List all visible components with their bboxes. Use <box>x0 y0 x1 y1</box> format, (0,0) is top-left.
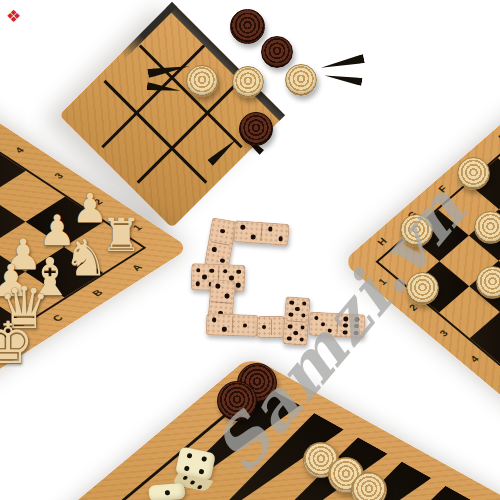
domino-pip <box>299 325 304 330</box>
checker-dark <box>261 36 293 68</box>
domino-tile <box>282 296 310 346</box>
domino-pip <box>354 324 359 329</box>
domino-pip <box>240 225 245 230</box>
domino-pip <box>243 323 248 328</box>
domino-pip <box>354 330 359 335</box>
point-spike <box>320 54 365 72</box>
coordinate-label: B <box>90 288 105 298</box>
checker-dark <box>230 9 265 44</box>
chess-piece-king: ♚ <box>0 314 34 372</box>
coordinate-label: 3 <box>52 172 66 181</box>
checker-cream <box>285 64 317 96</box>
domino-pip <box>286 336 291 341</box>
domino-tile <box>204 217 237 269</box>
coordinate-label: F <box>436 184 449 195</box>
checker-cream <box>351 472 387 500</box>
domino-pip <box>262 325 267 330</box>
die-pip <box>199 468 205 474</box>
domino-pip <box>220 229 225 234</box>
die-pip <box>202 456 208 462</box>
domino-pip <box>294 307 299 312</box>
domino-pip <box>236 282 241 287</box>
domino-pip <box>321 322 326 327</box>
domino-pip <box>215 284 220 289</box>
domino-tile <box>233 220 289 246</box>
domino-pip <box>202 274 207 279</box>
domino-divider <box>260 225 262 241</box>
checker-dark <box>239 112 273 146</box>
coordinate-label: 4 <box>13 146 27 155</box>
point-spike <box>324 71 363 85</box>
domino-pip <box>219 258 224 263</box>
checker-cream <box>400 214 433 247</box>
domino-pip <box>195 281 200 286</box>
domino-divider <box>336 316 338 334</box>
board-side-edge <box>59 2 177 120</box>
domino-divider <box>211 301 230 304</box>
die-top-face <box>148 483 185 500</box>
checker-cream <box>457 157 490 190</box>
domino-tile <box>206 313 259 337</box>
checker-cream <box>232 66 264 98</box>
domino-tile <box>308 312 365 339</box>
domino-pip <box>236 269 241 274</box>
domino-pip <box>209 268 214 273</box>
domino-divider <box>286 320 305 322</box>
domino-divider <box>231 317 233 333</box>
domino-pip <box>287 324 292 329</box>
die <box>148 482 192 500</box>
domino-pip <box>355 317 360 322</box>
coordinate-label: 4 <box>468 354 481 365</box>
die-pip <box>197 485 202 489</box>
domino-pip <box>196 267 201 272</box>
die-pip <box>164 490 169 495</box>
domino-pip <box>343 323 348 328</box>
domino-tile <box>257 316 285 338</box>
domino-divider <box>211 241 230 245</box>
domino-pip <box>212 318 217 323</box>
coordinate-label: 1 <box>376 276 389 287</box>
domino-pip <box>299 337 304 342</box>
domino-pip <box>300 313 305 318</box>
domino-pip <box>222 327 227 332</box>
domino-pip <box>224 293 229 298</box>
domino-pip <box>223 268 228 273</box>
domino-pip <box>267 227 272 232</box>
product-photo-stage: ABCDEFGH12345678 HGFEDCBA12345678 ♟♟♜♞♟♝… <box>0 0 500 500</box>
brand-logo-icon: ❖ <box>6 8 21 25</box>
domino-pip <box>343 316 348 321</box>
die-pip <box>190 481 195 485</box>
domino-pip <box>314 316 319 321</box>
coordinate-label: H <box>375 236 389 248</box>
domino-pip <box>293 331 298 336</box>
checker-dark <box>217 381 257 421</box>
domino-pip <box>250 234 255 239</box>
domino-pip <box>301 301 306 306</box>
domino-pip <box>278 236 283 241</box>
checker-cream <box>406 272 439 305</box>
coordinate-label: D <box>496 131 500 143</box>
coordinate-label: C <box>50 313 65 323</box>
checker-cream <box>186 65 218 97</box>
domino-divider <box>271 319 272 335</box>
domino-pip <box>288 312 293 317</box>
domino-pip <box>343 330 348 335</box>
coordinate-label: 3 <box>437 328 450 339</box>
checkers-squares <box>375 52 500 468</box>
die-pip <box>183 476 188 480</box>
coordinate-label: A <box>130 262 145 272</box>
domino-pip <box>289 300 294 305</box>
die-pip <box>184 465 190 471</box>
domino-pip <box>327 328 332 333</box>
die-pip <box>186 453 192 459</box>
checker-cream <box>474 211 500 244</box>
domino-pip <box>229 275 234 280</box>
domino-pip <box>211 247 216 252</box>
